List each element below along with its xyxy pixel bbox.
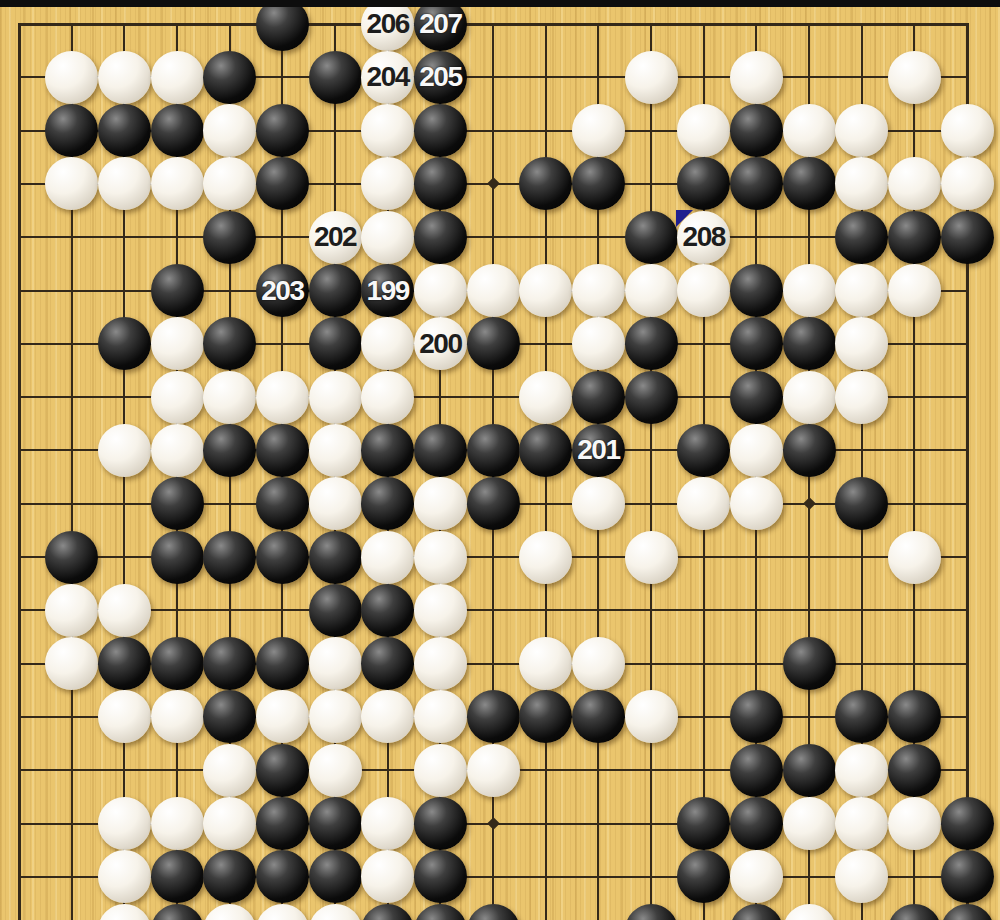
stone-black [730,104,783,157]
move-number-label: 200 [419,330,461,358]
stone-black [203,424,256,477]
move-number-label: 202 [314,223,356,251]
stone-black [309,584,362,637]
stone-black [888,211,941,264]
stone-white [730,477,783,530]
stone-black [625,211,678,264]
stone-black [783,157,836,210]
stone-black [203,637,256,690]
stone-black [730,690,783,743]
stone-white [98,850,151,903]
stone-white [151,797,204,850]
stone-white [835,104,888,157]
stone-white [835,744,888,797]
stone-white [361,531,414,584]
stone-white [98,690,151,743]
stone-black [835,477,888,530]
stone-white [361,797,414,850]
stone-white [572,104,625,157]
stone-black [467,904,520,920]
stone-black [256,744,309,797]
go-board[interactable]: 206207204205202208203199200201 [0,0,1000,920]
stone-black [256,531,309,584]
stone-black [730,157,783,210]
star-point [487,817,500,830]
stone-white [835,264,888,317]
stone-white [519,264,572,317]
stone-white [572,264,625,317]
stone-white [414,584,467,637]
stone-white [835,317,888,370]
stone-white [730,424,783,477]
stone-white [783,104,836,157]
stone-white [519,531,572,584]
stone-black [730,904,783,920]
move-number-label: 204 [367,63,409,91]
move-number-label: 206 [367,10,409,38]
stone-white [625,531,678,584]
stone-white [414,744,467,797]
stone-black [414,104,467,157]
stone-white [835,371,888,424]
stone-black [835,211,888,264]
stone-black [783,637,836,690]
stone-black [467,690,520,743]
stone-black [361,637,414,690]
stone-black [730,317,783,370]
stone-black [151,104,204,157]
stone-white: 208 [677,211,730,264]
stone-black [151,637,204,690]
stone-black [888,904,941,920]
stone-black [203,690,256,743]
stone-white [414,477,467,530]
stone-black [309,797,362,850]
stone-black [203,51,256,104]
stone-black [151,850,204,903]
stone-black [730,371,783,424]
move-number-label: 205 [419,63,461,91]
stone-white [414,637,467,690]
stone-black [151,904,204,920]
stone-black [519,157,572,210]
stone-black [203,531,256,584]
stone-black [835,690,888,743]
stone-white [203,797,256,850]
stone-white [730,51,783,104]
stone-white [467,744,520,797]
stone-black [941,904,994,920]
stone-white: 206 [361,0,414,51]
stone-white [835,850,888,903]
stone-white [361,211,414,264]
stone-white [309,637,362,690]
stone-white [730,850,783,903]
stone-black [98,104,151,157]
grid-line-horizontal-4 [18,236,969,238]
stone-black [467,424,520,477]
stone-black [98,317,151,370]
stone-white [677,264,730,317]
stone-black [309,264,362,317]
stone-white [256,371,309,424]
stone-white [151,51,204,104]
stone-white [783,371,836,424]
stone-white [203,104,256,157]
stone-white [414,531,467,584]
stone-white [45,637,98,690]
stone-white [203,371,256,424]
stone-black [783,317,836,370]
stone-black [256,797,309,850]
stone-black [309,531,362,584]
stone-white [835,157,888,210]
stone-white [361,850,414,903]
stone-black [625,371,678,424]
stone-white [151,157,204,210]
stone-black: 203 [256,264,309,317]
stone-white [151,371,204,424]
star-point [487,178,500,191]
stone-white [361,371,414,424]
stone-black [414,904,467,920]
stone-white [625,51,678,104]
stone-black [256,157,309,210]
stone-black [888,744,941,797]
stone-black [519,424,572,477]
stone-white [309,424,362,477]
stone-black [572,157,625,210]
stone-white [783,797,836,850]
stone-black [941,797,994,850]
stone-white [203,744,256,797]
stone-black [151,531,204,584]
star-point [803,497,816,510]
stone-black [467,477,520,530]
stone-white [835,797,888,850]
stone-white [309,477,362,530]
stone-black [151,264,204,317]
stone-black [677,797,730,850]
stone-white [361,104,414,157]
stone-black: 201 [572,424,625,477]
stone-white [203,904,256,920]
stone-white [45,51,98,104]
stone-black [783,744,836,797]
stone-black [256,477,309,530]
move-number-label: 207 [419,10,461,38]
stone-white [361,317,414,370]
stone-black [414,797,467,850]
stone-black [256,0,309,51]
stone-black [98,637,151,690]
stone-black [730,744,783,797]
stone-white [467,264,520,317]
stone-black [203,850,256,903]
stone-white [572,317,625,370]
stone-black [677,157,730,210]
grid-line-horizontal-11 [18,609,969,611]
move-number-label: 199 [367,277,409,305]
stone-white [98,157,151,210]
stone-white [45,584,98,637]
stone-black [361,904,414,920]
stone-white [888,157,941,210]
stone-black [730,264,783,317]
stone-black [256,424,309,477]
stone-white [414,264,467,317]
stone-white [783,264,836,317]
stone-black [941,850,994,903]
stone-white [361,157,414,210]
stone-white [256,904,309,920]
stone-white [519,637,572,690]
stone-white [888,264,941,317]
stone-black [625,317,678,370]
stone-black [625,904,678,920]
stone-black [203,211,256,264]
stone-black [45,531,98,584]
stone-black [256,850,309,903]
grid-line-vertical-0 [18,23,21,920]
stone-white [151,317,204,370]
stone-black [45,104,98,157]
stone-black [519,690,572,743]
stone-black: 205 [414,51,467,104]
stone-black [730,797,783,850]
stone-white [98,424,151,477]
stone-white [888,797,941,850]
move-number-label: 208 [683,223,725,251]
stone-black [151,477,204,530]
stone-white: 204 [361,51,414,104]
stone-white [625,264,678,317]
stone-white [203,157,256,210]
stone-black [467,317,520,370]
stone-white [98,51,151,104]
stone-black [783,424,836,477]
stone-black [677,424,730,477]
stone-white [941,157,994,210]
stone-white [98,584,151,637]
stone-white [414,690,467,743]
stone-white [309,744,362,797]
stone-black: 207 [414,0,467,51]
stone-black [361,424,414,477]
stone-black [414,424,467,477]
last-move-marker-triangle [676,210,693,227]
grid-line-vertical-12 [650,23,652,920]
stone-white: 200 [414,317,467,370]
stone-black [256,104,309,157]
stone-black [414,157,467,210]
stone-black [309,51,362,104]
stone-black [309,850,362,903]
stone-white [941,104,994,157]
stone-white [888,531,941,584]
stone-white: 202 [309,211,362,264]
stone-black [203,317,256,370]
board-top-edge [0,0,1000,7]
stone-white [625,690,678,743]
stone-white [888,51,941,104]
stone-white [151,690,204,743]
stone-white [572,477,625,530]
grid-line-horizontal-0 [18,23,969,26]
stone-black [941,211,994,264]
stone-white [256,690,309,743]
stone-white [783,904,836,920]
stone-black [256,637,309,690]
move-number-label: 203 [261,277,303,305]
stone-black [309,317,362,370]
stone-black [361,477,414,530]
stone-black [414,211,467,264]
stone-white [98,904,151,920]
move-number-label: 201 [577,436,619,464]
stone-black: 199 [361,264,414,317]
stone-white [98,797,151,850]
stone-white [45,157,98,210]
stone-white [309,904,362,920]
stone-white [677,104,730,157]
stone-white [677,477,730,530]
stone-white [151,424,204,477]
stone-black [677,850,730,903]
stone-white [361,690,414,743]
stone-white [309,690,362,743]
stone-black [572,371,625,424]
stone-black [414,850,467,903]
stone-black [572,690,625,743]
stone-white [519,371,572,424]
stone-white [572,637,625,690]
stone-black [361,584,414,637]
stone-black [888,690,941,743]
stone-white [309,371,362,424]
